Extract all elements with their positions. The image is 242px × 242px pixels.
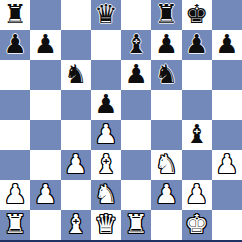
piece-white-pawn[interactable]: ♟ [215, 150, 238, 179]
square-f7[interactable]: ♟ [151, 30, 181, 60]
square-c3[interactable]: ♟ [61, 150, 91, 180]
piece-black-bishop[interactable]: ♝ [185, 120, 208, 149]
piece-white-pawn[interactable]: ♟ [94, 120, 117, 149]
square-d7[interactable] [91, 30, 121, 60]
piece-black-pawn[interactable]: ♟ [185, 30, 208, 59]
chess-board: ♜♛♜♚♟♟♝♟♟♟♞♟♞♟♟♝♟♝♞♟♟♟♞♟♟♜♝♛♜♚ [0, 0, 242, 242]
square-f8[interactable]: ♜ [151, 0, 181, 30]
square-h4[interactable] [212, 120, 242, 150]
square-a6[interactable] [0, 60, 30, 90]
piece-black-rook[interactable]: ♜ [3, 0, 26, 29]
piece-white-bishop[interactable]: ♝ [94, 150, 117, 179]
square-g2[interactable]: ♟ [182, 180, 212, 210]
piece-black-pawn[interactable]: ♟ [3, 30, 26, 59]
square-d6[interactable] [91, 60, 121, 90]
piece-black-pawn[interactable]: ♟ [155, 30, 178, 59]
piece-white-pawn[interactable]: ♟ [155, 180, 178, 209]
square-b1[interactable] [30, 210, 60, 240]
piece-white-pawn[interactable]: ♟ [3, 180, 26, 209]
square-h3[interactable]: ♟ [212, 150, 242, 180]
square-f3[interactable]: ♞ [151, 150, 181, 180]
square-g3[interactable] [182, 150, 212, 180]
square-b6[interactable] [30, 60, 60, 90]
square-f6[interactable]: ♞ [151, 60, 181, 90]
square-d5[interactable]: ♟ [91, 90, 121, 120]
square-c2[interactable] [61, 180, 91, 210]
piece-black-pawn[interactable]: ♟ [34, 30, 57, 59]
piece-black-pawn[interactable]: ♟ [124, 60, 147, 89]
square-d3[interactable]: ♝ [91, 150, 121, 180]
square-a5[interactable] [0, 90, 30, 120]
square-a4[interactable] [0, 120, 30, 150]
piece-black-knight[interactable]: ♞ [155, 60, 178, 89]
piece-white-knight[interactable]: ♞ [94, 180, 117, 209]
piece-white-pawn[interactable]: ♟ [64, 150, 87, 179]
square-b2[interactable]: ♟ [30, 180, 60, 210]
square-b3[interactable] [30, 150, 60, 180]
piece-black-knight[interactable]: ♞ [64, 60, 87, 89]
square-b8[interactable] [30, 0, 60, 30]
piece-black-queen[interactable]: ♛ [94, 0, 117, 29]
square-h2[interactable] [212, 180, 242, 210]
square-c4[interactable] [61, 120, 91, 150]
piece-black-king[interactable]: ♚ [185, 0, 208, 29]
square-h6[interactable] [212, 60, 242, 90]
square-h1[interactable] [212, 210, 242, 240]
square-c6[interactable]: ♞ [61, 60, 91, 90]
piece-white-queen[interactable]: ♛ [94, 210, 117, 239]
square-h7[interactable]: ♟ [212, 30, 242, 60]
piece-black-bishop[interactable]: ♝ [124, 30, 147, 59]
square-f1[interactable] [151, 210, 181, 240]
square-e1[interactable]: ♜ [121, 210, 151, 240]
piece-white-rook[interactable]: ♜ [124, 210, 147, 239]
square-f2[interactable]: ♟ [151, 180, 181, 210]
square-g6[interactable] [182, 60, 212, 90]
piece-white-rook[interactable]: ♜ [3, 210, 26, 239]
square-e8[interactable] [121, 0, 151, 30]
square-a3[interactable] [0, 150, 30, 180]
square-g7[interactable]: ♟ [182, 30, 212, 60]
square-c8[interactable] [61, 0, 91, 30]
square-d2[interactable]: ♞ [91, 180, 121, 210]
square-h8[interactable] [212, 0, 242, 30]
piece-white-pawn[interactable]: ♟ [185, 180, 208, 209]
square-g4[interactable]: ♝ [182, 120, 212, 150]
square-h5[interactable] [212, 90, 242, 120]
chess-app-screen: ♜♛♜♚♟♟♝♟♟♟♞♟♞♟♟♝♟♝♞♟♟♟♞♟♟♜♝♛♜♚ [0, 0, 242, 242]
piece-black-pawn[interactable]: ♟ [215, 30, 238, 59]
square-d8[interactable]: ♛ [91, 0, 121, 30]
square-c5[interactable] [61, 90, 91, 120]
square-e6[interactable]: ♟ [121, 60, 151, 90]
square-b5[interactable] [30, 90, 60, 120]
square-e2[interactable] [121, 180, 151, 210]
square-g1[interactable]: ♚ [182, 210, 212, 240]
square-a7[interactable]: ♟ [0, 30, 30, 60]
square-g5[interactable] [182, 90, 212, 120]
piece-white-knight[interactable]: ♞ [155, 150, 178, 179]
square-f4[interactable] [151, 120, 181, 150]
piece-white-king[interactable]: ♚ [185, 210, 208, 239]
square-b4[interactable] [30, 120, 60, 150]
square-e4[interactable] [121, 120, 151, 150]
square-a1[interactable]: ♜ [0, 210, 30, 240]
square-a8[interactable]: ♜ [0, 0, 30, 30]
piece-white-bishop[interactable]: ♝ [64, 210, 87, 239]
square-f5[interactable] [151, 90, 181, 120]
square-e5[interactable] [121, 90, 151, 120]
piece-white-pawn[interactable]: ♟ [34, 180, 57, 209]
square-d4[interactable]: ♟ [91, 120, 121, 150]
square-c1[interactable]: ♝ [61, 210, 91, 240]
piece-black-rook[interactable]: ♜ [155, 0, 178, 29]
square-e3[interactable] [121, 150, 151, 180]
square-e7[interactable]: ♝ [121, 30, 151, 60]
square-b7[interactable]: ♟ [30, 30, 60, 60]
square-a2[interactable]: ♟ [0, 180, 30, 210]
square-d1[interactable]: ♛ [91, 210, 121, 240]
square-c7[interactable] [61, 30, 91, 60]
piece-black-pawn[interactable]: ♟ [94, 90, 117, 119]
square-g8[interactable]: ♚ [182, 0, 212, 30]
